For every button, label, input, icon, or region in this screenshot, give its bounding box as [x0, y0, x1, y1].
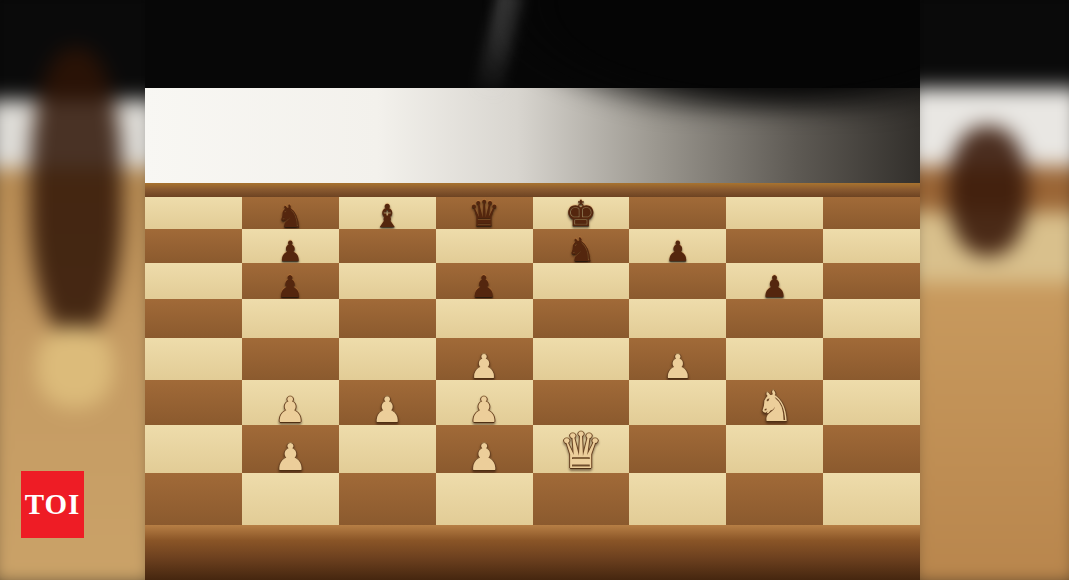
piece-white-pawn: ♟ — [663, 350, 693, 383]
square-b7: ♟ — [242, 229, 339, 263]
square-d6: ♟ — [436, 263, 533, 299]
board-near-rail — [145, 525, 920, 580]
piece-white-pawn: ♟ — [467, 439, 500, 476]
piece-black-pawn: ♟ — [665, 238, 690, 266]
piece-black-pawn: ♟ — [277, 272, 304, 302]
square-d1 — [436, 473, 533, 525]
piece-black-pawn: ♟ — [278, 238, 303, 266]
photo-sharp-region: ♞♝♛♚♟♞♟♟♟♟♟♟♟♟♟♞♟♟♛ — [145, 0, 920, 580]
square-a3 — [145, 380, 242, 425]
piece-white-pawn: ♟ — [371, 393, 402, 428]
square-f6 — [629, 263, 726, 299]
square-a6 — [145, 263, 242, 299]
square-c2 — [339, 425, 436, 473]
square-h5 — [823, 299, 920, 338]
square-d7 — [436, 229, 533, 263]
square-f2 — [629, 425, 726, 473]
square-a7 — [145, 229, 242, 263]
square-g7 — [726, 229, 823, 263]
square-h4 — [823, 338, 920, 380]
piece-black-pawn: ♟ — [471, 272, 498, 302]
square-f1 — [629, 473, 726, 525]
piece-white-pawn: ♟ — [274, 439, 307, 476]
photo-canvas: ♞♝♛♚♟♞♟♟♟♟♟♟♟♟♟♞♟♟♛ TOI — [0, 0, 1069, 580]
square-c8: ♝ — [339, 197, 436, 229]
blurred-dark-piece — [30, 48, 122, 338]
square-b1 — [242, 473, 339, 525]
square-b6: ♟ — [242, 263, 339, 299]
board-grid: ♞♝♛♚♟♞♟♟♟♟♟♟♟♟♟♞♟♟♛ — [145, 197, 920, 525]
piece-white-pawn: ♟ — [468, 393, 499, 428]
square-c4 — [339, 338, 436, 380]
square-f7: ♟ — [629, 229, 726, 263]
piece-black-queen: ♛ — [468, 196, 500, 232]
square-g8 — [726, 197, 823, 229]
square-b3: ♟ — [242, 380, 339, 425]
square-e6 — [533, 263, 630, 299]
square-g3: ♞ — [726, 380, 823, 425]
square-d2: ♟ — [436, 425, 533, 473]
square-d4: ♟ — [436, 338, 533, 380]
piece-white-pawn: ♟ — [275, 393, 306, 428]
square-b2: ♟ — [242, 425, 339, 473]
square-e8: ♚ — [533, 197, 630, 229]
square-a4 — [145, 338, 242, 380]
piece-white-pawn: ♟ — [469, 350, 499, 383]
square-b4 — [242, 338, 339, 380]
square-d3: ♟ — [436, 380, 533, 425]
square-b5 — [242, 299, 339, 338]
square-c1 — [339, 473, 436, 525]
square-a2 — [145, 425, 242, 473]
piece-white-queen: ♛ — [559, 426, 604, 476]
square-b8: ♞ — [242, 197, 339, 229]
piece-black-pawn: ♟ — [761, 272, 788, 302]
square-h2 — [823, 425, 920, 473]
right-blur-bar — [920, 0, 1069, 580]
right-blur-content — [920, 0, 1069, 580]
chess-board: ♞♝♛♚♟♞♟♟♟♟♟♟♟♟♟♞♟♟♛ — [145, 183, 920, 580]
piece-black-bishop: ♝ — [373, 200, 402, 232]
piece-white-knight: ♞ — [756, 386, 794, 428]
square-e2: ♛ — [533, 425, 630, 473]
square-g4 — [726, 338, 823, 380]
square-h7 — [823, 229, 920, 263]
square-g6: ♟ — [726, 263, 823, 299]
square-f3 — [629, 380, 726, 425]
square-c6 — [339, 263, 436, 299]
square-e3 — [533, 380, 630, 425]
square-f5 — [629, 299, 726, 338]
square-e5 — [533, 299, 630, 338]
square-a5 — [145, 299, 242, 338]
piece-black-king: ♚ — [565, 196, 597, 232]
square-h1 — [823, 473, 920, 525]
square-g1 — [726, 473, 823, 525]
dark-background — [145, 0, 920, 197]
square-d8: ♛ — [436, 197, 533, 229]
square-c7 — [339, 229, 436, 263]
square-g2 — [726, 425, 823, 473]
piece-black-knight: ♞ — [566, 233, 596, 266]
square-c5 — [339, 299, 436, 338]
square-a1 — [145, 473, 242, 525]
square-f4: ♟ — [629, 338, 726, 380]
square-e4 — [533, 338, 630, 380]
square-g5 — [726, 299, 823, 338]
board-far-rail — [145, 183, 920, 197]
square-h6 — [823, 263, 920, 299]
piece-black-knight: ♞ — [276, 201, 304, 232]
square-e7: ♞ — [533, 229, 630, 263]
toi-watermark: TOI — [21, 471, 84, 538]
blurred-light-pawn — [36, 326, 114, 408]
player-silhouette — [502, 0, 921, 115]
square-h8 — [823, 197, 920, 229]
square-f8 — [629, 197, 726, 229]
square-e1 — [533, 473, 630, 525]
square-c3: ♟ — [339, 380, 436, 425]
square-d5 — [436, 299, 533, 338]
square-a8 — [145, 197, 242, 229]
square-h3 — [823, 380, 920, 425]
blurred-dark-pawn — [948, 126, 1028, 256]
toi-watermark-text: TOI — [25, 488, 81, 521]
